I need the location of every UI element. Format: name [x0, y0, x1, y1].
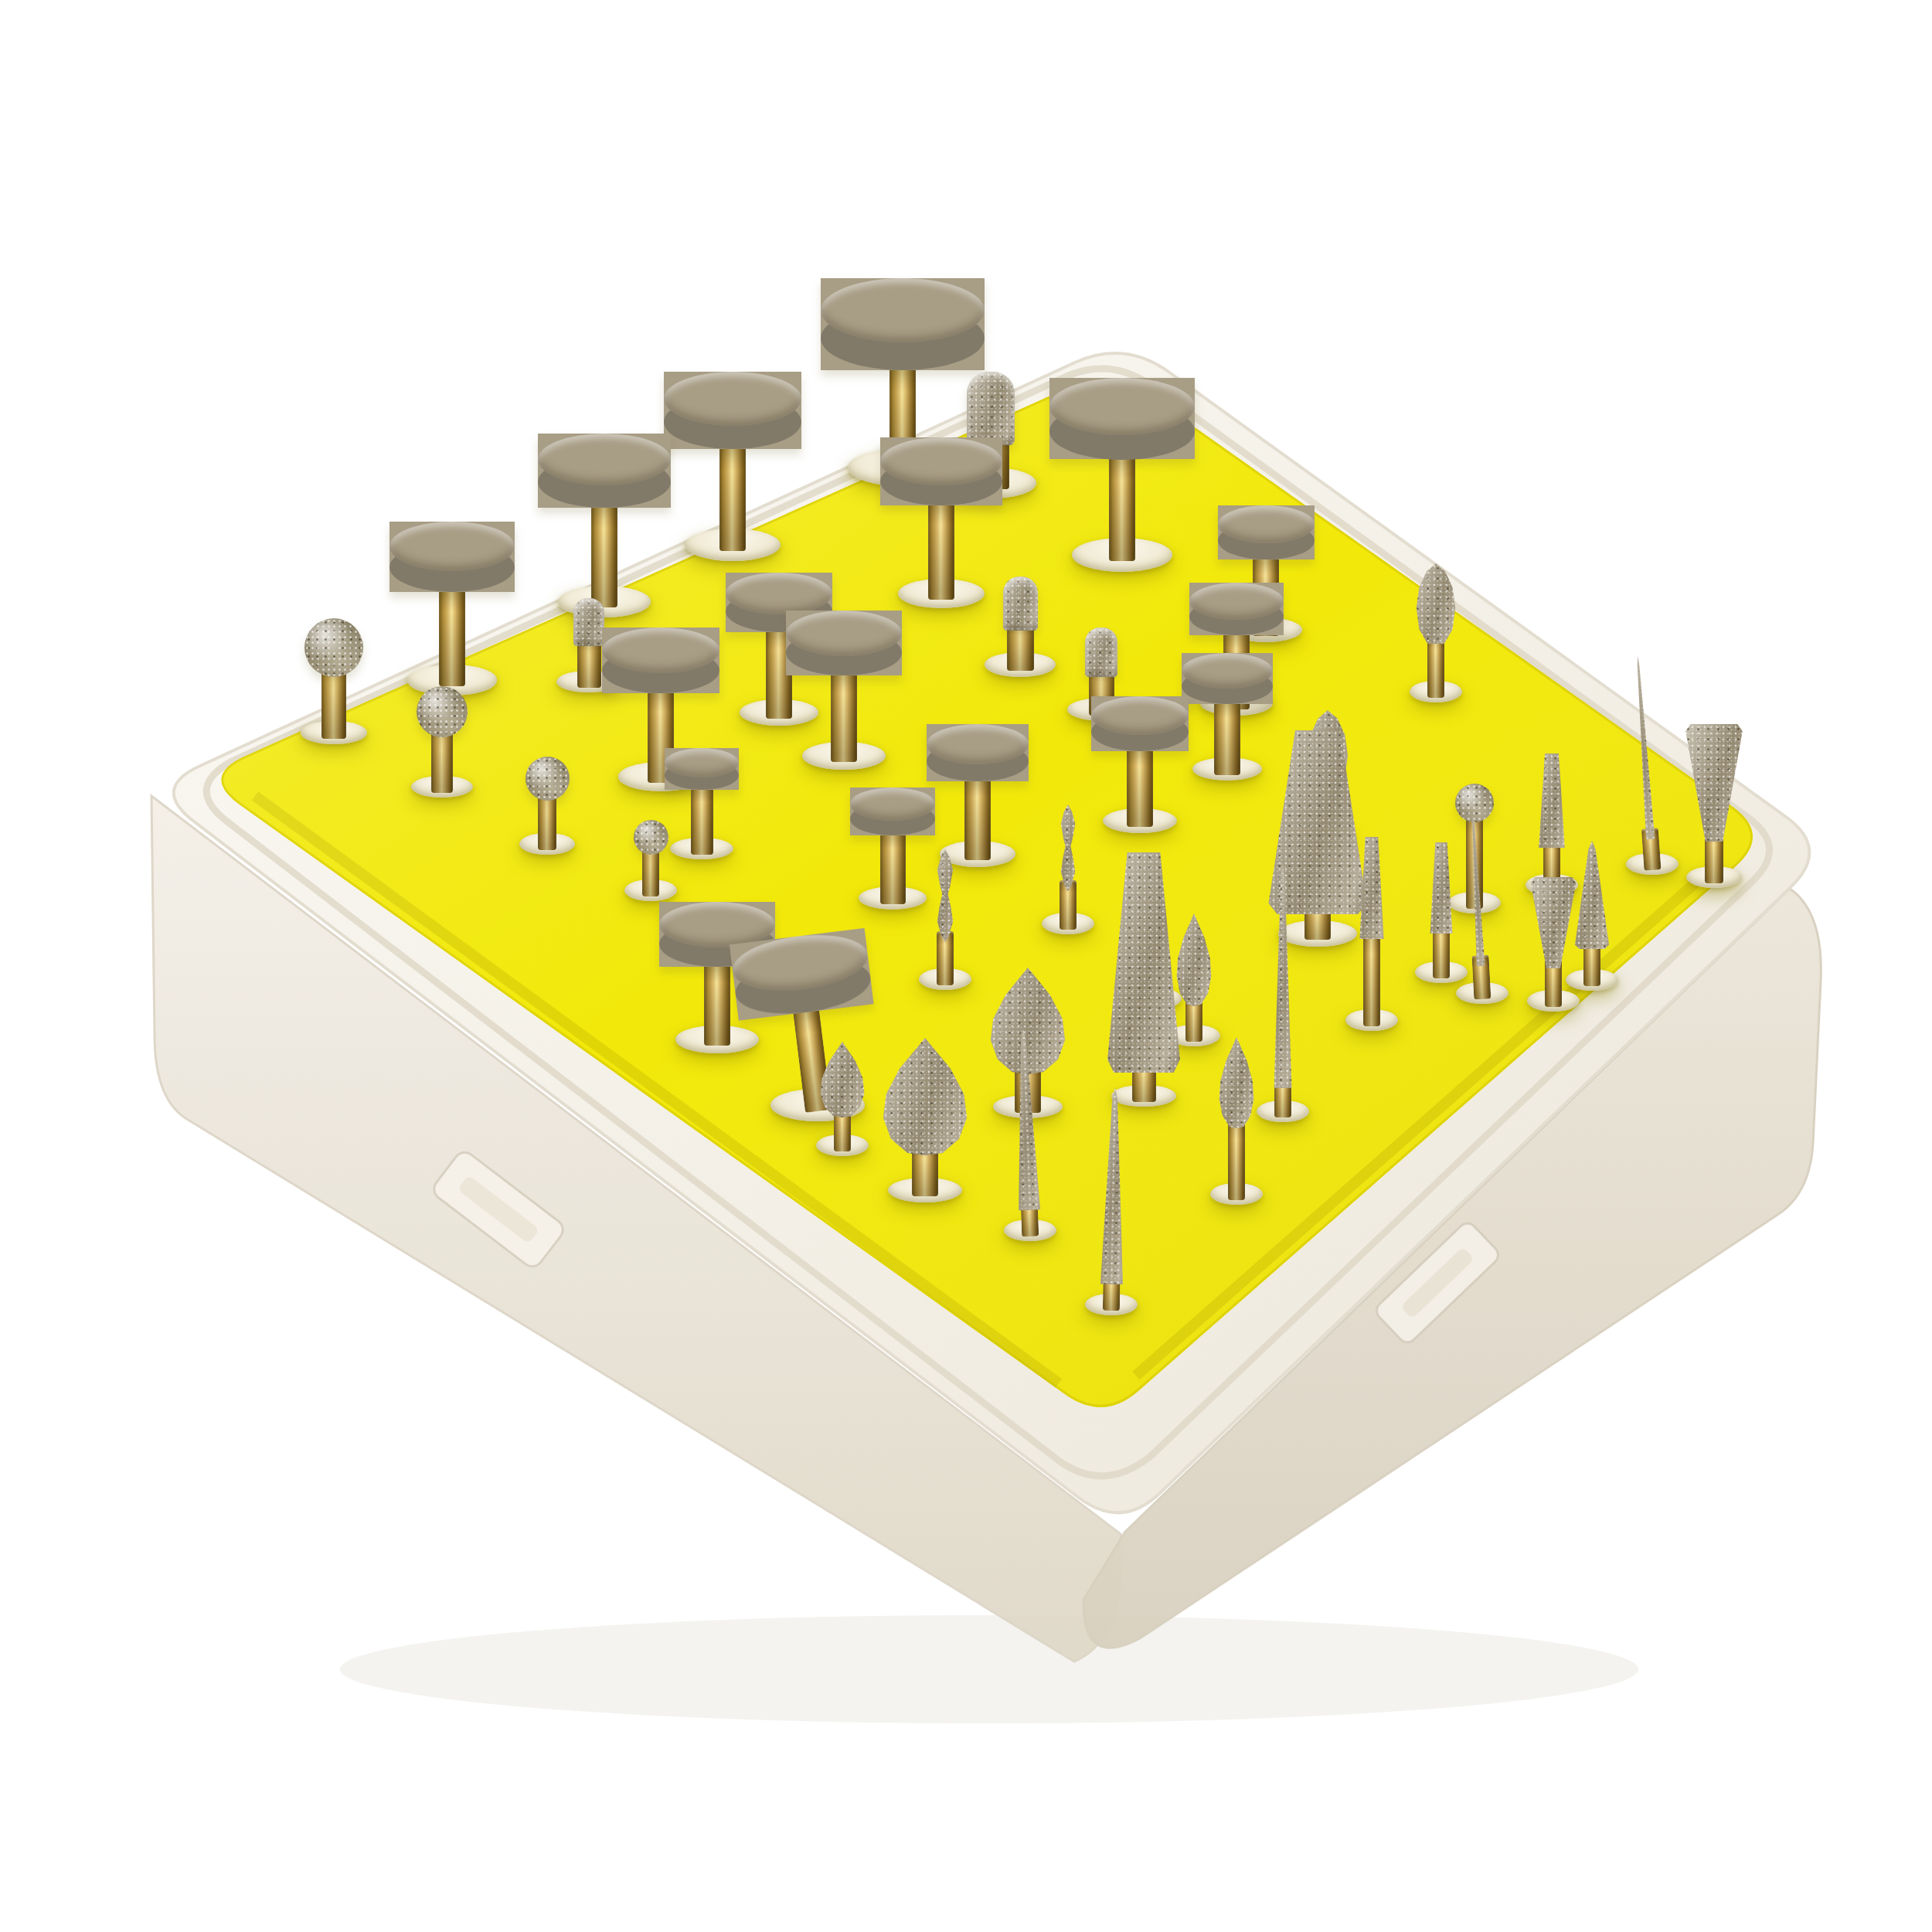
bit-head-disc [602, 628, 719, 693]
bit-head-disc [538, 434, 671, 508]
disc-top [1218, 505, 1315, 543]
bit-head-ball [526, 757, 570, 801]
bit-head-ball [1455, 784, 1494, 822]
bit-head-cyl [573, 598, 604, 646]
bit-head-spike [1090, 1087, 1136, 1285]
bit-head-disc [1049, 378, 1195, 459]
bit-head-disc [821, 278, 985, 370]
bit-head-spindle [1052, 804, 1084, 891]
bit-head-disc [1182, 653, 1273, 704]
disc-top [726, 573, 832, 614]
disc-top [850, 787, 935, 821]
disc-top [665, 748, 739, 777]
bit-shank [928, 499, 954, 600]
disc-top [880, 437, 1002, 485]
burr-bits-layer [0, 0, 1932, 1932]
bit-head-cone [1570, 841, 1614, 949]
bit-head-taper-flat [1423, 842, 1460, 934]
bit-shank [1127, 745, 1153, 827]
bit-shank [1109, 453, 1135, 561]
bit-head-cyl [967, 372, 1015, 445]
bit-head-cone-trunc [1104, 852, 1183, 1073]
bit-head-needle [1625, 655, 1663, 841]
bit-shank [831, 669, 857, 762]
bit-shank [1228, 1117, 1245, 1200]
bit-head-ball [304, 618, 363, 677]
bit-shank [1214, 698, 1240, 775]
bit-head-flame [1413, 563, 1459, 644]
product-photo-stage [0, 0, 1932, 1932]
disc-top [786, 611, 902, 656]
bit-head-disc [665, 748, 739, 790]
bit-head-cyl [1085, 628, 1117, 677]
bit-head-disc [1218, 505, 1315, 560]
bit-head-disc [1091, 696, 1189, 751]
bit-head-disc [730, 928, 874, 1021]
bit-head-ball [417, 686, 468, 737]
disc-top [602, 628, 719, 673]
bit-head-disc [880, 437, 1002, 505]
disc-top [821, 278, 985, 342]
bit-shank [719, 443, 746, 551]
bit-shank [691, 784, 713, 855]
bit-head-disc [664, 372, 801, 449]
bit-shank [704, 961, 730, 1046]
bit-head-disc [786, 611, 902, 675]
bit-head-teardrop [985, 968, 1071, 1074]
disc-top [664, 372, 801, 426]
bit-head-cone-trunc [1264, 730, 1371, 914]
disc-top [1182, 653, 1273, 689]
disc-top [538, 434, 671, 485]
bit-head-cyl [1003, 577, 1038, 631]
disc-top [927, 724, 1029, 764]
disc-top [1091, 696, 1189, 735]
bit-shank [591, 502, 617, 607]
bit-head-drop [1216, 1037, 1257, 1128]
bit-shank [880, 829, 906, 904]
bit-head-inv-cone [1529, 877, 1578, 968]
bit-shank [439, 586, 465, 686]
bit-head-taper-flat [1530, 753, 1573, 848]
bit-head-disc [389, 522, 515, 592]
bit-head-disc [1189, 583, 1284, 635]
disc-top [1049, 378, 1195, 435]
bit-head-disc [927, 724, 1029, 781]
disc-top [389, 522, 515, 571]
bit-head-disc [850, 787, 935, 835]
bit-shank [1363, 928, 1380, 1026]
bit-head-drop [1174, 913, 1214, 1006]
disc-top [1189, 583, 1284, 620]
bit-shank [964, 775, 991, 860]
bit-head-ball [634, 820, 668, 855]
bit-head-teardrop [876, 1038, 974, 1155]
bit-head-inv-cone [1683, 724, 1745, 842]
